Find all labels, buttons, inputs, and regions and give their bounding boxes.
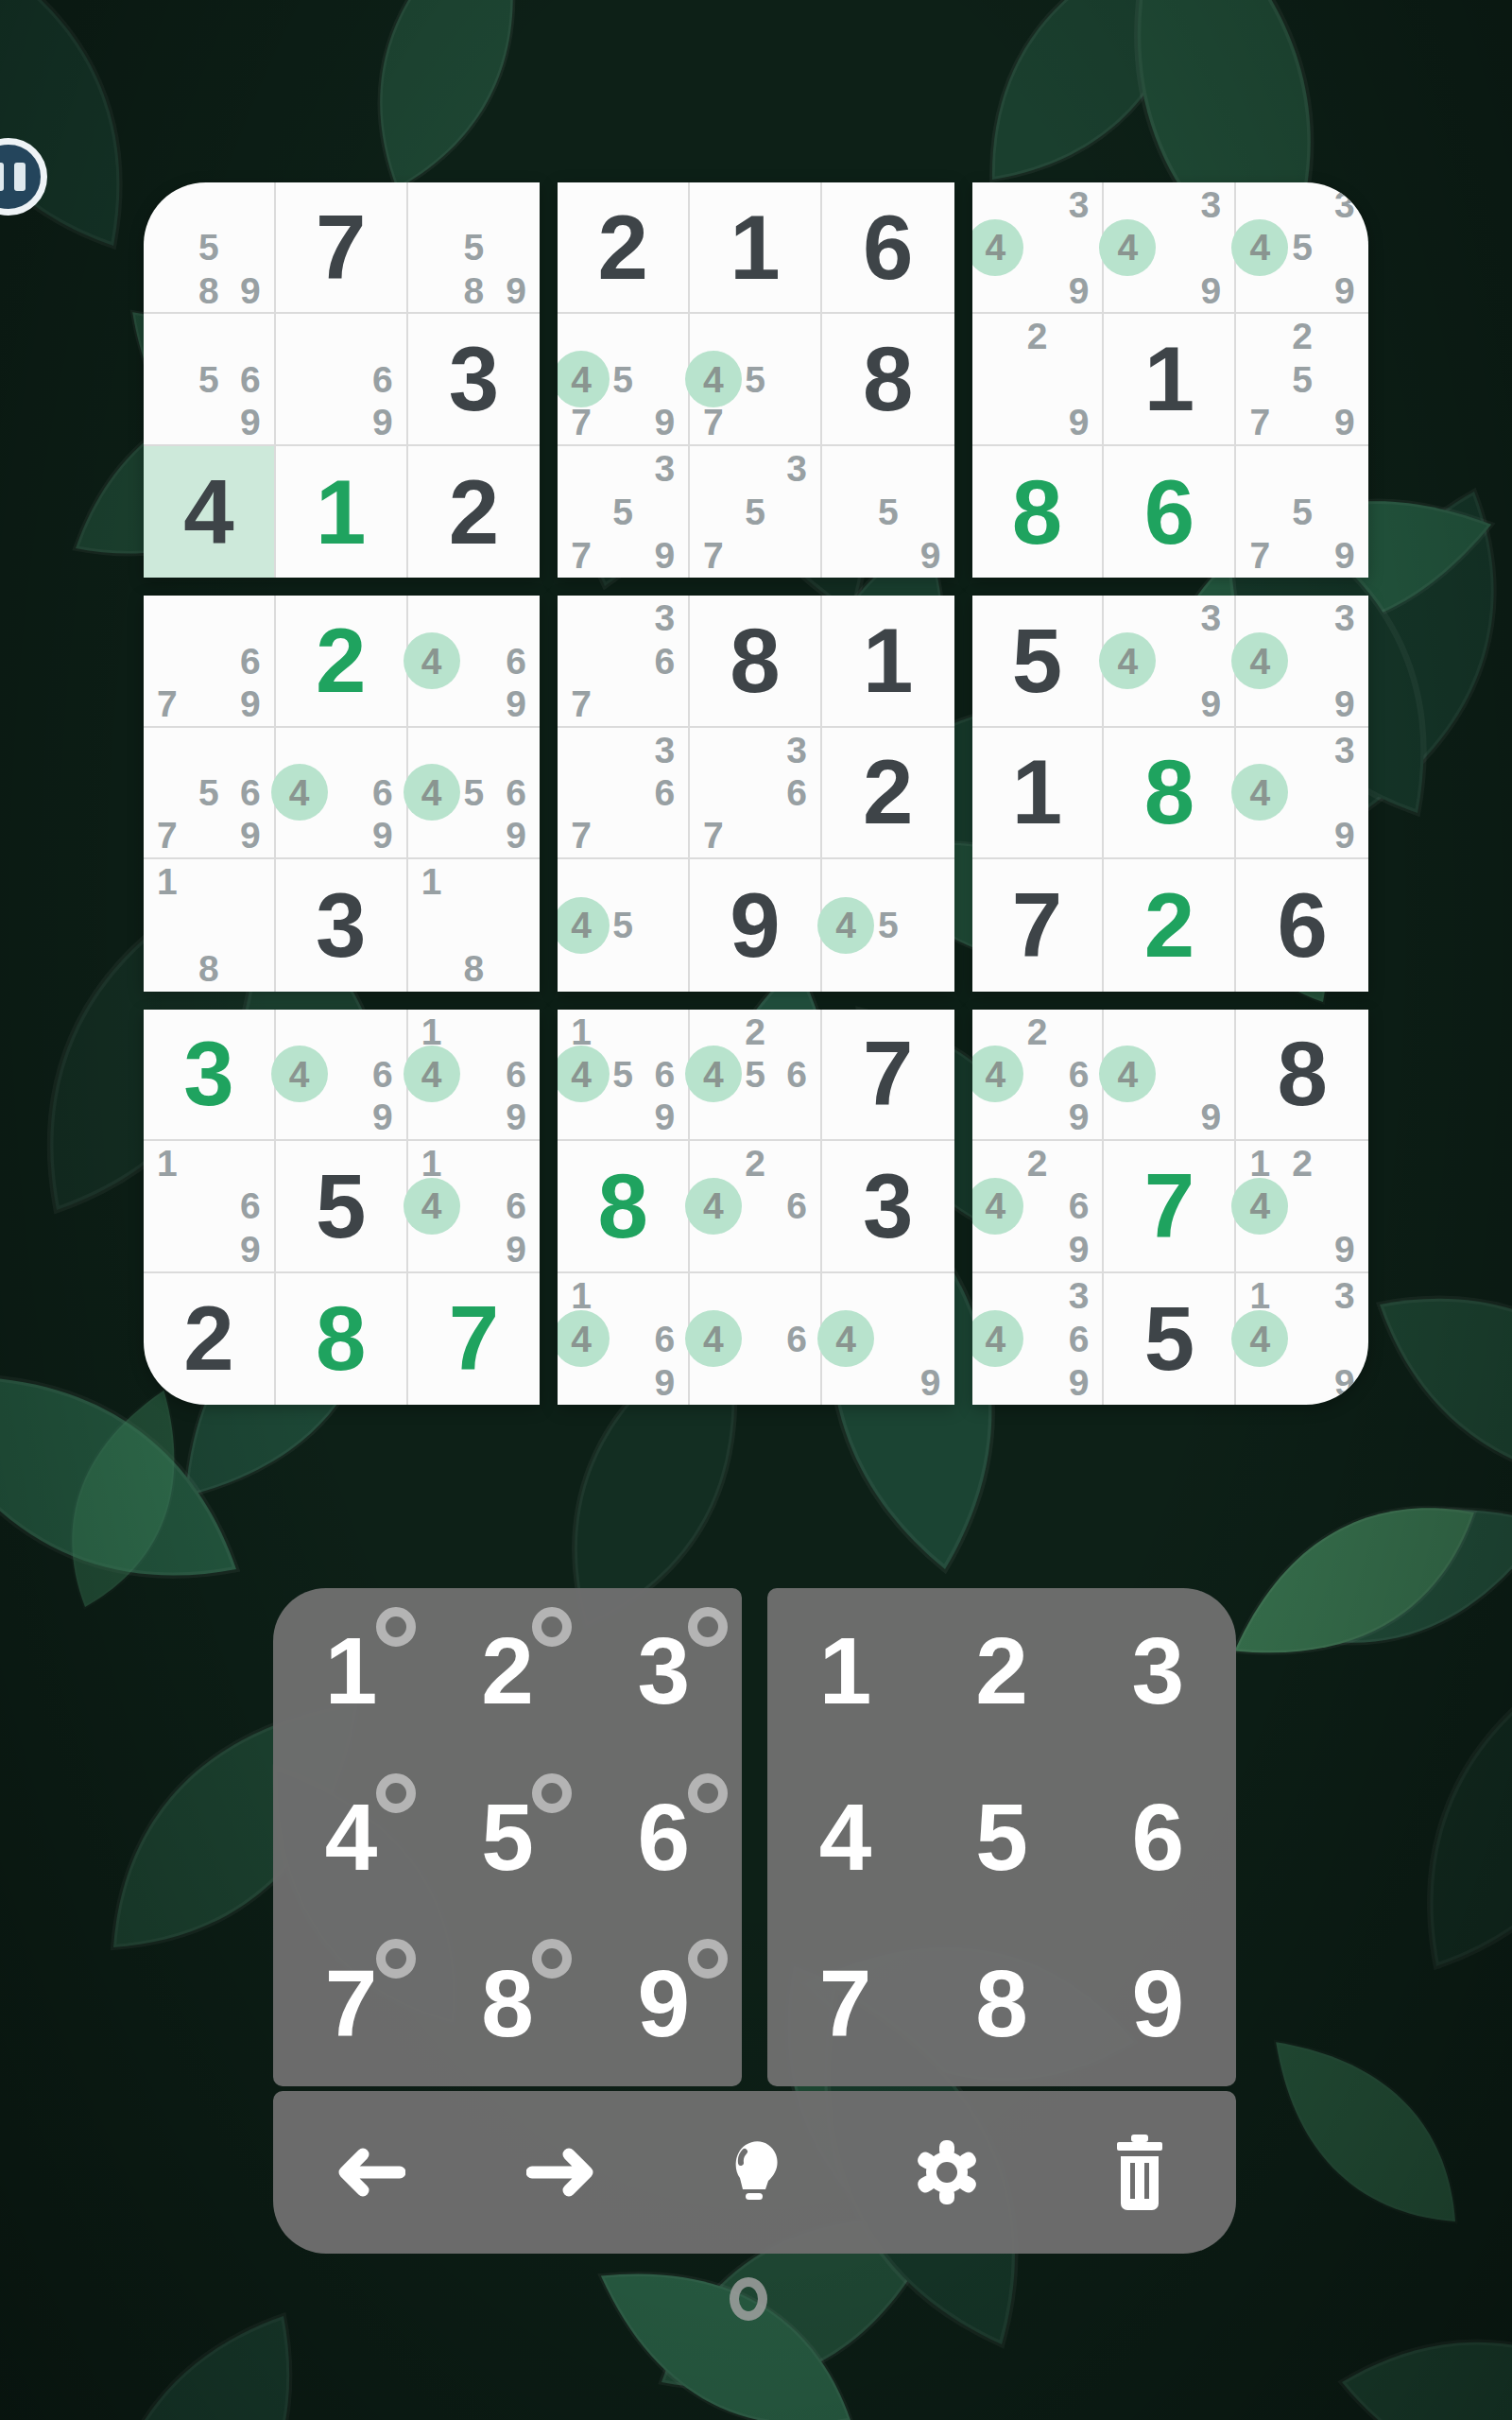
pause-icon: [0, 163, 4, 191]
cell-r5c3[interactable]: 4569: [408, 728, 541, 859]
candidate-5: 5: [860, 897, 917, 954]
note-ring-icon: [532, 1939, 572, 1979]
candidate-9: 9: [488, 807, 540, 864]
cell-value-given: 8: [822, 314, 954, 443]
note-ring-icon: [688, 1607, 728, 1647]
cell-r2c7[interactable]: 29: [972, 314, 1105, 445]
cell-value-given: 3: [276, 859, 406, 991]
key-digit: 9: [1132, 1949, 1185, 2058]
cell-value-user: 3: [144, 1010, 274, 1139]
candidate-7: 7: [558, 807, 610, 864]
cell-r4c9[interactable]: 349: [1236, 596, 1368, 727]
cell-value-user: 1: [276, 446, 406, 578]
cell-r4c6[interactable]: 1: [822, 596, 954, 727]
key-digit: 4: [819, 1783, 872, 1892]
number-key-2[interactable]: 2: [923, 1588, 1079, 1754]
note-ring-icon: [376, 1773, 416, 1813]
candidate-3: 3: [1051, 182, 1108, 233]
note-key-5[interactable]: 5: [429, 1754, 585, 1921]
candidate-circled-4: 4: [972, 1310, 1024, 1367]
candidate-3: 3: [1182, 182, 1239, 233]
cell-r1c4[interactable]: 2: [558, 182, 690, 314]
candidate-9: 9: [1182, 1089, 1239, 1146]
cell-value-user: 8: [558, 1141, 688, 1270]
note-key-8[interactable]: 8: [429, 1920, 585, 2086]
cell-r7c7[interactable]: 2469: [972, 1010, 1105, 1141]
cell-value-given: 9: [690, 859, 820, 991]
candidate-circled-4: 4: [972, 219, 1024, 276]
key-digit: 6: [638, 1783, 691, 1892]
cell-value-given: 3: [408, 314, 541, 443]
candidate-5: 5: [594, 351, 651, 407]
candidate-3: 3: [1316, 721, 1368, 778]
candidate-5: 5: [594, 897, 651, 954]
cell-value-given: 3: [822, 1141, 954, 1270]
key-digit: 5: [975, 1783, 1028, 1892]
cell-r6c9[interactable]: 6: [1236, 859, 1368, 991]
board-box: 21645794578357935759: [558, 182, 954, 578]
candidate-6: 6: [768, 764, 825, 821]
cell-r4c3[interactable]: 469: [408, 596, 541, 727]
cell-r2c1[interactable]: 569: [144, 314, 276, 445]
candidate-circled-4: 4: [558, 1310, 610, 1367]
drag-handle-ring[interactable]: [730, 2277, 767, 2321]
candidate-9: 9: [354, 807, 411, 864]
cell-r7c3[interactable]: 1469: [408, 1010, 541, 1141]
cell-r8c1[interactable]: 169: [144, 1141, 276, 1272]
cell-r7c2[interactable]: 469: [276, 1010, 408, 1141]
candidate-circled-4: 4: [1099, 1046, 1156, 1102]
cell-r1c2[interactable]: 7: [276, 182, 408, 314]
cell-r4c4[interactable]: 367: [558, 596, 690, 727]
candidate-9: 9: [1316, 807, 1368, 864]
candidate-9: 9: [1051, 1354, 1108, 1405]
candidate-9: 9: [354, 394, 411, 451]
cell-value-given: 5: [1104, 1273, 1234, 1405]
candidate-circled-4: 4: [685, 1178, 742, 1235]
settings-button[interactable]: [850, 2091, 1043, 2254]
candidate-6: 6: [768, 1046, 825, 1102]
cell-r1c8[interactable]: 349: [1104, 182, 1236, 314]
cell-r7c5[interactable]: 2456: [690, 1010, 822, 1141]
cell-r5c9[interactable]: 349: [1236, 728, 1368, 859]
key-digit: 8: [975, 1949, 1028, 2058]
cell-value-user: 8: [1104, 728, 1234, 857]
number-key-3[interactable]: 3: [1080, 1588, 1236, 1754]
redo-arrow-icon: [526, 2146, 598, 2199]
key-digit: 1: [325, 1616, 378, 1725]
note-key-3[interactable]: 3: [586, 1588, 742, 1754]
candidate-8: 8: [445, 941, 502, 992]
cell-r3c1[interactable]: 4: [144, 446, 276, 578]
note-ring-icon: [376, 1939, 416, 1979]
cell-value-given: 8: [690, 596, 820, 725]
cell-r2c9[interactable]: 2579: [1236, 314, 1368, 445]
cell-r3c9[interactable]: 579: [1236, 446, 1368, 578]
candidate-3: 3: [1316, 596, 1368, 646]
candidate-6: 6: [636, 764, 693, 821]
candidate-circled-4: 4: [271, 1046, 328, 1102]
cell-r9c8[interactable]: 5: [1104, 1273, 1236, 1405]
cell-r8c5[interactable]: 246: [690, 1141, 822, 1272]
toolbar: [273, 2091, 1236, 2254]
candidate-6: 6: [636, 632, 693, 689]
note-key-1[interactable]: 1: [273, 1588, 429, 1754]
candidate-5: 5: [1274, 484, 1331, 541]
key-digit: 9: [638, 1949, 691, 2058]
key-digit: 7: [325, 1949, 378, 2058]
cell-r6c7[interactable]: 7: [972, 859, 1105, 991]
cell-r4c8[interactable]: 349: [1104, 596, 1236, 727]
cell-r9c7[interactable]: 3469: [972, 1273, 1105, 1405]
cell-r1c1[interactable]: 589: [144, 182, 276, 314]
cell-value-given: 1: [822, 596, 954, 725]
board-box: 534934918349726: [972, 596, 1368, 991]
cell-r3c5[interactable]: 357: [690, 446, 822, 578]
candidate-9: 9: [1051, 1089, 1108, 1146]
candidate-9: 9: [1051, 262, 1108, 319]
cell-r7c1[interactable]: 3: [144, 1010, 276, 1141]
candidate-5: 5: [727, 351, 783, 407]
note-key-7[interactable]: 7: [273, 1920, 429, 2086]
redo-button[interactable]: [466, 2091, 659, 2254]
cell-r7c4[interactable]: 14569: [558, 1010, 690, 1141]
cell-value-given: 2: [144, 1273, 274, 1405]
cell-r6c2[interactable]: 3: [276, 859, 408, 991]
candidate-circled-4: 4: [1231, 1178, 1288, 1235]
cell-r8c8[interactable]: 7: [1104, 1141, 1236, 1272]
note-key-6[interactable]: 6: [586, 1754, 742, 1921]
cell-r3c7[interactable]: 8: [972, 446, 1105, 578]
candidate-7: 7: [685, 394, 742, 451]
candidate-9: 9: [902, 527, 954, 579]
candidate-circled-4: 4: [1231, 632, 1288, 689]
candidate-9: 9: [1316, 1354, 1368, 1405]
candidate-7: 7: [685, 527, 742, 579]
cell-r5c1[interactable]: 5679: [144, 728, 276, 859]
cell-value-user: 8: [972, 446, 1103, 578]
board-box: 67924695679469456918318: [144, 596, 540, 991]
cell-r4c7[interactable]: 5: [972, 596, 1105, 727]
cell-r5c4[interactable]: 367: [558, 728, 690, 859]
key-digit: 4: [325, 1783, 378, 1892]
candidate-circled-4: 4: [972, 1046, 1024, 1102]
cell-r9c5[interactable]: 46: [690, 1273, 822, 1405]
cell-value-user: 7: [1104, 1141, 1234, 1270]
candidate-circled-4: 4: [1231, 764, 1288, 821]
candidate-3: 3: [1182, 596, 1239, 646]
candidate-9: 9: [488, 262, 540, 319]
cell-value-given: 1: [690, 182, 820, 312]
board-box: 3469146916951469287: [144, 1010, 540, 1405]
number-key-1[interactable]: 1: [767, 1588, 923, 1754]
candidate-5: 5: [860, 484, 917, 541]
candidate-9: 9: [222, 675, 279, 732]
cell-r7c6[interactable]: 7: [822, 1010, 954, 1141]
candidate-circled-4: 4: [404, 1046, 460, 1102]
cell-r2c8[interactable]: 1: [1104, 314, 1236, 445]
cell-r5c6[interactable]: 2: [822, 728, 954, 859]
cell-r4c2[interactable]: 2: [276, 596, 408, 727]
candidate-circled-4: 4: [1099, 632, 1156, 689]
candidate-9: 9: [902, 1354, 954, 1405]
candidate-3: 3: [768, 441, 825, 497]
cell-r4c1[interactable]: 679: [144, 596, 276, 727]
notes-keypad: 123456789: [273, 1588, 742, 2086]
note-key-9[interactable]: 9: [586, 1920, 742, 2086]
cell-r5c8[interactable]: 8: [1104, 728, 1236, 859]
candidate-9: 9: [488, 675, 540, 732]
candidate-9: 9: [222, 394, 279, 451]
cell-r6c5[interactable]: 9: [690, 859, 822, 991]
board-box: 5897589569693412: [144, 182, 540, 578]
cell-r2c5[interactable]: 457: [690, 314, 822, 445]
number-key-6[interactable]: 6: [1080, 1754, 1236, 1921]
cell-value-given: 7: [972, 859, 1103, 991]
candidate-1: 1: [404, 854, 460, 910]
cell-r2c4[interactable]: 4579: [558, 314, 690, 445]
cell-r2c3[interactable]: 3: [408, 314, 541, 445]
cell-r1c9[interactable]: 3459: [1236, 182, 1368, 314]
candidate-9: 9: [1182, 675, 1239, 732]
candidate-5: 5: [594, 484, 651, 541]
candidate-circled-4: 4: [1099, 219, 1156, 276]
candidate-circled-4: 4: [404, 1178, 460, 1235]
key-digit: 6: [1132, 1783, 1185, 1892]
candidate-2: 2: [727, 1134, 783, 1191]
cell-r6c4[interactable]: 45: [558, 859, 690, 991]
candidate-5: 5: [727, 484, 783, 541]
cell-value-given: 2: [822, 728, 954, 857]
cell-r3c4[interactable]: 3579: [558, 446, 690, 578]
candidate-9: 9: [222, 262, 279, 319]
cell-r9c3[interactable]: 7: [408, 1273, 541, 1405]
cell-r1c5[interactable]: 1: [690, 182, 822, 314]
candidate-circled-4: 4: [271, 764, 328, 821]
cell-r1c6[interactable]: 6: [822, 182, 954, 314]
candidate-7: 7: [1231, 527, 1288, 579]
cell-value-user: 6: [1104, 446, 1234, 578]
board-box: 36781367367245945: [558, 596, 954, 991]
cell-r6c3[interactable]: 18: [408, 859, 541, 991]
candidate-2: 2: [1009, 308, 1066, 365]
key-digit: 3: [1132, 1616, 1185, 1725]
cell-r9c1[interactable]: 2: [144, 1273, 276, 1405]
cell-value-given: 7: [276, 182, 406, 312]
cell-r8c4[interactable]: 8: [558, 1141, 690, 1272]
candidate-circled-4: 4: [685, 1310, 742, 1367]
candidate-circled-4: 4: [1231, 1310, 1288, 1367]
number-key-4[interactable]: 4: [767, 1754, 923, 1921]
cell-r8c2[interactable]: 5: [276, 1141, 408, 1272]
cell-r1c3[interactable]: 589: [408, 182, 541, 314]
number-keypad: 123456789: [767, 1588, 1236, 2086]
cell-value-user: 2: [276, 596, 406, 725]
cell-value-given: 5: [972, 596, 1103, 725]
cell-value-given: 6: [822, 182, 954, 312]
cell-value-given: 8: [1236, 1010, 1368, 1139]
candidate-9: 9: [222, 1220, 279, 1277]
cell-r2c6[interactable]: 8: [822, 314, 954, 445]
candidate-9: 9: [1051, 394, 1108, 451]
cell-r3c3[interactable]: 2: [408, 446, 541, 578]
key-digit: 8: [481, 1949, 534, 2058]
candidate-9: 9: [636, 1354, 693, 1405]
cell-value-given: 2: [558, 182, 688, 312]
candidate-3: 3: [636, 441, 693, 497]
candidate-2: 2: [1274, 1134, 1331, 1191]
candidate-6: 6: [768, 1178, 825, 1235]
hint-bulb-icon: [720, 2133, 788, 2212]
candidate-9: 9: [1182, 262, 1239, 319]
cell-r5c5[interactable]: 367: [690, 728, 822, 859]
cell-r9c6[interactable]: 49: [822, 1273, 954, 1405]
cell-value-user: 8: [276, 1273, 406, 1405]
candidate-9: 9: [222, 807, 279, 864]
cell-r8c7[interactable]: 2469: [972, 1141, 1105, 1272]
candidate-9: 9: [1316, 527, 1368, 579]
cell-value-given: 7: [822, 1010, 954, 1139]
candidate-9: 9: [488, 1089, 540, 1146]
note-ring-icon: [532, 1773, 572, 1813]
cell-r7c8[interactable]: 49: [1104, 1010, 1236, 1141]
cell-value-user: 2: [1104, 859, 1234, 991]
number-key-5[interactable]: 5: [923, 1754, 1079, 1921]
delete-button[interactable]: [1043, 2091, 1236, 2254]
candidate-2: 2: [1009, 1010, 1066, 1060]
candidate-circled-4: 4: [404, 632, 460, 689]
note-ring-icon: [532, 1607, 572, 1647]
cell-r3c2[interactable]: 1: [276, 446, 408, 578]
cell-r5c7[interactable]: 1: [972, 728, 1105, 859]
candidate-circled-4: 4: [817, 1310, 874, 1367]
candidate-7: 7: [558, 527, 610, 579]
board-box: 14569245678246314694649: [558, 1010, 954, 1405]
cell-value-given: 5: [276, 1141, 406, 1270]
candidate-3: 3: [1316, 1267, 1368, 1323]
cell-r9c4[interactable]: 1469: [558, 1273, 690, 1405]
cell-value-given: 6: [1236, 859, 1368, 991]
candidate-1: 1: [144, 1134, 196, 1191]
note-ring-icon: [376, 1607, 416, 1647]
key-digit: 7: [819, 1949, 872, 2058]
candidate-9: 9: [488, 1220, 540, 1277]
board-box: 3493493459291257986579: [972, 182, 1368, 578]
candidate-8: 8: [180, 941, 237, 992]
candidate-7: 7: [558, 675, 610, 732]
candidate-5: 5: [1274, 351, 1331, 407]
key-digit: 3: [638, 1616, 691, 1725]
cell-r6c6[interactable]: 45: [822, 859, 954, 991]
cell-r2c2[interactable]: 69: [276, 314, 408, 445]
hint-button[interactable]: [659, 2091, 851, 2254]
cell-r6c8[interactable]: 2: [1104, 859, 1236, 991]
note-ring-icon: [688, 1939, 728, 1979]
candidate-7: 7: [558, 394, 610, 451]
key-digit: 1: [819, 1616, 872, 1725]
sudoku-board: 5897589569693412216457945783579357593493…: [144, 182, 1368, 1405]
cell-r1c7[interactable]: 349: [972, 182, 1105, 314]
undo-button[interactable]: [273, 2091, 466, 2254]
cell-r3c8[interactable]: 6: [1104, 446, 1236, 578]
candidate-7: 7: [144, 675, 196, 732]
key-digit: 5: [481, 1783, 534, 1892]
candidate-7: 7: [1231, 394, 1288, 451]
key-digit: 2: [975, 1616, 1028, 1725]
candidate-9: 9: [636, 1089, 693, 1146]
candidate-3: 3: [1316, 182, 1368, 233]
cell-r9c2[interactable]: 8: [276, 1273, 408, 1405]
pause-icon: [14, 163, 26, 191]
candidate-9: 9: [1316, 394, 1368, 451]
note-ring-icon: [688, 1773, 728, 1813]
note-key-4[interactable]: 4: [273, 1754, 429, 1921]
cell-value-given: 4: [144, 446, 274, 578]
candidate-2: 2: [1009, 1134, 1066, 1191]
cell-r5c2[interactable]: 469: [276, 728, 408, 859]
cell-value-user: 7: [408, 1273, 541, 1405]
candidate-circled-4: 4: [972, 1178, 1024, 1235]
key-digit: 2: [481, 1616, 534, 1725]
cell-r4c5[interactable]: 8: [690, 596, 822, 727]
cell-value-given: 2: [408, 446, 541, 578]
delete-trash-icon: [1108, 2133, 1172, 2212]
cell-r8c3[interactable]: 1469: [408, 1141, 541, 1272]
cell-r8c9[interactable]: 1249: [1236, 1141, 1368, 1272]
number-key-9[interactable]: 9: [1080, 1920, 1236, 2086]
cell-r6c1[interactable]: 18: [144, 859, 276, 991]
candidate-5: 5: [1274, 219, 1331, 276]
note-key-2[interactable]: 2: [429, 1588, 585, 1754]
cell-r8c6[interactable]: 3: [822, 1141, 954, 1272]
settings-gear-icon: [909, 2135, 985, 2210]
candidate-9: 9: [1316, 262, 1368, 319]
candidate-1: 1: [144, 854, 196, 910]
cell-r9c9[interactable]: 1349: [1236, 1273, 1368, 1405]
cell-value-given: 1: [972, 728, 1103, 857]
number-key-8[interactable]: 8: [923, 1920, 1079, 2086]
cell-value-given: 1: [1104, 314, 1234, 443]
board-box: 2469498246971249346951349: [972, 1010, 1368, 1405]
candidate-9: 9: [354, 1089, 411, 1146]
number-key-7[interactable]: 7: [767, 1920, 923, 2086]
candidate-7: 7: [685, 807, 742, 864]
cell-r7c9[interactable]: 8: [1236, 1010, 1368, 1141]
cell-r3c6[interactable]: 59: [822, 446, 954, 578]
undo-arrow-icon: [334, 2146, 405, 2199]
